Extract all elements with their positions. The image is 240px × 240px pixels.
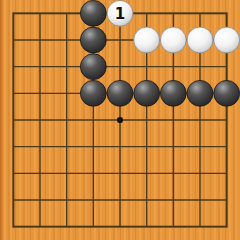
stone-white xyxy=(214,27,240,53)
stone-black xyxy=(214,80,240,106)
stone-black xyxy=(107,80,133,106)
stone-black xyxy=(80,54,106,80)
stone-black xyxy=(134,80,160,106)
stone-white xyxy=(187,27,213,53)
go-board[interactable]: 1 xyxy=(0,0,240,240)
stone-white xyxy=(107,0,133,26)
stone-black xyxy=(80,80,106,106)
star-point xyxy=(117,117,123,123)
stone-black xyxy=(187,80,213,106)
stone-black xyxy=(80,0,106,26)
stone-white xyxy=(160,27,186,53)
board-svg[interactable]: 1 xyxy=(0,0,240,240)
stone-black xyxy=(160,80,186,106)
screenshot-stage: 1 xyxy=(0,0,240,240)
stone-black xyxy=(80,27,106,53)
stone-white xyxy=(134,27,160,53)
